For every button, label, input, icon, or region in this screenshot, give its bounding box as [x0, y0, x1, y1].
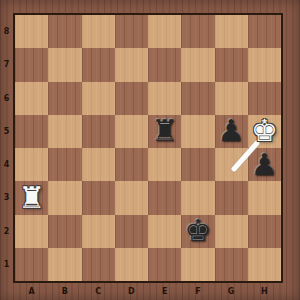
board: ♜♟♚♟♜♚: [13, 13, 283, 283]
rank-label-6: 6: [0, 82, 13, 115]
square-c1[interactable]: [82, 248, 115, 281]
square-h1[interactable]: [248, 248, 281, 281]
square-c7[interactable]: [82, 48, 115, 81]
square-b4[interactable]: [48, 148, 81, 181]
square-a7[interactable]: [15, 48, 48, 81]
square-a5[interactable]: [15, 115, 48, 148]
square-h4[interactable]: ♟: [248, 148, 281, 181]
square-g1[interactable]: [215, 248, 248, 281]
square-d2[interactable]: [115, 215, 148, 248]
square-h7[interactable]: [248, 48, 281, 81]
square-g5[interactable]: ♟: [215, 115, 248, 148]
piece-white-king[interactable]: ♚: [248, 115, 281, 148]
file-label-g: G: [215, 284, 248, 298]
file-label-h: H: [248, 284, 281, 298]
piece-black-king[interactable]: ♚: [181, 215, 214, 248]
rank-label-7: 7: [0, 48, 13, 81]
square-f5[interactable]: [181, 115, 214, 148]
square-h3[interactable]: [248, 181, 281, 214]
square-h8[interactable]: [248, 15, 281, 48]
square-e5[interactable]: ♜: [148, 115, 181, 148]
square-e7[interactable]: [148, 48, 181, 81]
piece-black-rook[interactable]: ♜: [148, 115, 181, 148]
square-e3[interactable]: [148, 181, 181, 214]
square-c3[interactable]: [82, 181, 115, 214]
piece-white-rook[interactable]: ♜: [15, 181, 48, 214]
square-c4[interactable]: [82, 148, 115, 181]
piece-black-pawn[interactable]: ♟: [215, 115, 248, 148]
square-e2[interactable]: [148, 215, 181, 248]
square-b7[interactable]: [48, 48, 81, 81]
piece-black-pawn[interactable]: ♟: [248, 148, 281, 181]
square-g6[interactable]: [215, 82, 248, 115]
rank-labels: 87654321: [0, 15, 13, 281]
file-label-b: B: [48, 284, 81, 298]
rank-label-1: 1: [0, 248, 13, 281]
square-d7[interactable]: [115, 48, 148, 81]
square-a6[interactable]: [15, 82, 48, 115]
rank-label-8: 8: [0, 15, 13, 48]
square-c8[interactable]: [82, 15, 115, 48]
square-d4[interactable]: [115, 148, 148, 181]
square-f8[interactable]: [181, 15, 214, 48]
square-e4[interactable]: [148, 148, 181, 181]
square-g8[interactable]: [215, 15, 248, 48]
square-h6[interactable]: [248, 82, 281, 115]
square-f4[interactable]: [181, 148, 214, 181]
square-g2[interactable]: [215, 215, 248, 248]
file-label-f: F: [181, 284, 214, 298]
square-e1[interactable]: [148, 248, 181, 281]
square-b5[interactable]: [48, 115, 81, 148]
square-d3[interactable]: [115, 181, 148, 214]
square-g7[interactable]: [215, 48, 248, 81]
square-f7[interactable]: [181, 48, 214, 81]
file-label-a: A: [15, 284, 48, 298]
square-d5[interactable]: [115, 115, 148, 148]
square-b8[interactable]: [48, 15, 81, 48]
square-c5[interactable]: [82, 115, 115, 148]
square-f2[interactable]: ♚: [181, 215, 214, 248]
square-d1[interactable]: [115, 248, 148, 281]
square-a8[interactable]: [15, 15, 48, 48]
rank-label-3: 3: [0, 181, 13, 214]
rank-label-2: 2: [0, 215, 13, 248]
file-label-c: C: [82, 284, 115, 298]
square-e6[interactable]: [148, 82, 181, 115]
square-b2[interactable]: [48, 215, 81, 248]
square-f6[interactable]: [181, 82, 214, 115]
square-g4[interactable]: [215, 148, 248, 181]
square-f1[interactable]: [181, 248, 214, 281]
file-labels: ABCDEFGH: [15, 284, 281, 298]
square-b3[interactable]: [48, 181, 81, 214]
square-a4[interactable]: [15, 148, 48, 181]
square-c2[interactable]: [82, 215, 115, 248]
square-a3[interactable]: ♜: [15, 181, 48, 214]
square-d8[interactable]: [115, 15, 148, 48]
file-label-e: E: [148, 284, 181, 298]
square-h2[interactable]: [248, 215, 281, 248]
square-c6[interactable]: [82, 82, 115, 115]
square-a1[interactable]: [15, 248, 48, 281]
square-g3[interactable]: [215, 181, 248, 214]
square-b6[interactable]: [48, 82, 81, 115]
rank-label-5: 5: [0, 115, 13, 148]
square-h5[interactable]: ♚: [248, 115, 281, 148]
square-b1[interactable]: [48, 248, 81, 281]
square-f3[interactable]: [181, 181, 214, 214]
square-d6[interactable]: [115, 82, 148, 115]
rank-label-4: 4: [0, 148, 13, 181]
chess-board-frame: 87654321 ♜♟♚♟♜♚ ABCDEFGH: [0, 0, 300, 300]
square-a2[interactable]: [15, 215, 48, 248]
file-label-d: D: [115, 284, 148, 298]
square-e8[interactable]: [148, 15, 181, 48]
